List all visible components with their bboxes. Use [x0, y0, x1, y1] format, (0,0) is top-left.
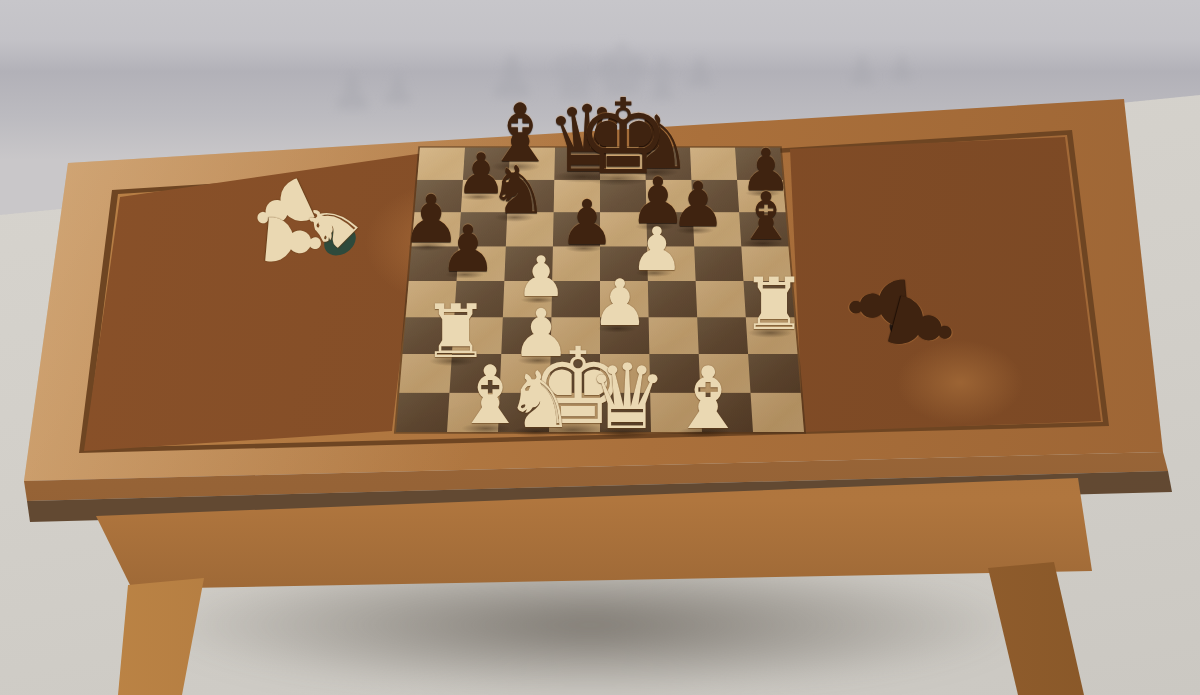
black-b-h6: ♝: [736, 184, 795, 250]
white-b-g1: ♝: [669, 355, 746, 441]
white-q-e1: ♛: [587, 352, 668, 442]
captured-black-p-4: ♟: [873, 281, 969, 371]
pieces-layer: ♝♛♚♞♞♟♟♟♟♟♟♝♟♟♟♟♜♟♜♝♞♚♛♝♟♟♞♟♟: [0, 0, 1200, 695]
white-n-c1: ♞: [505, 361, 575, 439]
black-p-d6: ♟: [559, 192, 615, 254]
white-r-h4: ♜: [742, 268, 807, 340]
black-n-c7: ♞: [488, 158, 547, 224]
black-p-b5: ♟: [439, 217, 496, 281]
captured-white-p-1: ♟: [253, 205, 333, 278]
photo-scene: ♟♟♟♛♚♝♟♟♟ ♝♛♚♞♞♟♟♟♟♟♟♝♟♟♟♟♜♟♜♝♞♚♛♝♟♟♞♟♟: [0, 0, 1200, 695]
